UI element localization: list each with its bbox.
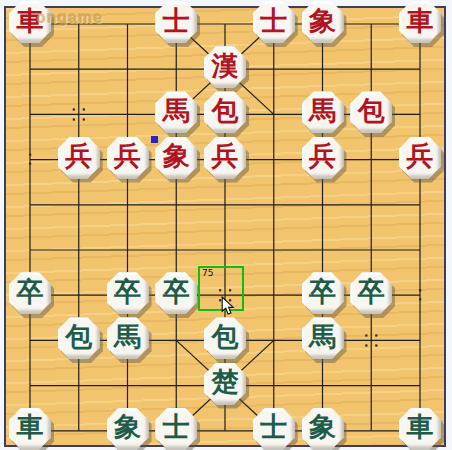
piece-face: 象: [155, 137, 197, 179]
piece-face: 士: [253, 1, 295, 43]
piece-glyph: 馬: [114, 324, 141, 351]
piece-cho-soldier[interactable]: 卒: [350, 272, 392, 314]
piece-face: 兵: [58, 137, 100, 179]
piece-face: 漢: [204, 46, 246, 88]
mouse-cursor-icon: [221, 296, 235, 316]
piece-face: 兵: [107, 137, 149, 179]
piece-face: 士: [253, 408, 295, 450]
piece-glyph: 卒: [358, 279, 385, 306]
app-window: 車士士象車漢馬包馬包兵兵象兵兵兵卒卒卒卒卒包馬包馬楚車象士士象車 ongame …: [0, 0, 452, 450]
piece-han-chariot[interactable]: 車: [399, 1, 441, 43]
piece-glyph: 兵: [309, 143, 336, 170]
piece-face: 士: [155, 408, 197, 450]
piece-glyph: 馬: [163, 98, 190, 125]
piece-glyph: 包: [212, 98, 239, 125]
piece-cho-cannon[interactable]: 包: [58, 317, 100, 359]
piece-cho-soldier[interactable]: 卒: [302, 272, 344, 314]
piece-glyph: 兵: [114, 143, 141, 170]
piece-face: 車: [399, 408, 441, 450]
piece-cho-guard[interactable]: 士: [155, 408, 197, 450]
piece-glyph: 卒: [17, 279, 44, 306]
piece-han-guard[interactable]: 士: [155, 1, 197, 43]
piece-face: 車: [399, 1, 441, 43]
piece-han-elephant[interactable]: 象: [302, 1, 344, 43]
piece-face: 象: [302, 408, 344, 450]
piece-face: 兵: [204, 137, 246, 179]
piece-face: 包: [58, 317, 100, 359]
piece-glyph: 兵: [65, 143, 92, 170]
piece-han-horse[interactable]: 馬: [302, 91, 344, 133]
piece-cho-soldier[interactable]: 卒: [107, 272, 149, 314]
piece-face: 包: [350, 91, 392, 133]
piece-glyph: 車: [17, 414, 44, 441]
piece-face: 包: [204, 317, 246, 359]
piece-han-soldier[interactable]: 兵: [204, 137, 246, 179]
piece-cho-soldier[interactable]: 卒: [155, 272, 197, 314]
piece-face: 卒: [9, 272, 51, 314]
piece-han-horse[interactable]: 馬: [155, 91, 197, 133]
piece-glyph: 卒: [309, 279, 336, 306]
piece-glyph: 馬: [309, 98, 336, 125]
piece-face: 馬: [302, 317, 344, 359]
piece-face: 兵: [399, 137, 441, 179]
piece-face: 卒: [350, 272, 392, 314]
piece-glyph: 象: [114, 414, 141, 441]
last-move-marker: [151, 136, 158, 143]
piece-face: 楚: [204, 363, 246, 405]
piece-cho-elephant[interactable]: 象: [302, 408, 344, 450]
piece-face: 象: [107, 408, 149, 450]
piece-glyph: 士: [163, 414, 190, 441]
piece-glyph: 漢: [212, 53, 239, 80]
piece-glyph: 包: [358, 98, 385, 125]
piece-cho-general[interactable]: 楚: [204, 363, 246, 405]
janggi-board[interactable]: 車士士象車漢馬包馬包兵兵象兵兵兵卒卒卒卒卒包馬包馬楚車象士士象車: [4, 6, 446, 447]
hover-timer-label: 75: [202, 268, 213, 278]
piece-glyph: 車: [407, 414, 434, 441]
piece-han-soldier[interactable]: 兵: [58, 137, 100, 179]
piece-glyph: 象: [309, 414, 336, 441]
piece-glyph: 卒: [163, 279, 190, 306]
piece-han-elephant[interactable]: 象: [155, 137, 197, 179]
piece-glyph: 士: [260, 8, 287, 35]
piece-cho-chariot[interactable]: 車: [9, 408, 51, 450]
piece-cho-cannon[interactable]: 包: [204, 317, 246, 359]
piece-face: 車: [9, 408, 51, 450]
piece-face: 馬: [107, 317, 149, 359]
piece-han-soldier[interactable]: 兵: [302, 137, 344, 179]
piece-face: 兵: [302, 137, 344, 179]
piece-glyph: 馬: [309, 324, 336, 351]
piece-glyph: 兵: [407, 143, 434, 170]
piece-face: 馬: [302, 91, 344, 133]
piece-face: 馬: [155, 91, 197, 133]
piece-glyph: 士: [163, 8, 190, 35]
piece-face: 卒: [155, 272, 197, 314]
piece-han-guard[interactable]: 士: [253, 1, 295, 43]
piece-han-cannon[interactable]: 包: [204, 91, 246, 133]
piece-glyph: 象: [163, 143, 190, 170]
piece-face: 卒: [107, 272, 149, 314]
piece-glyph: 象: [309, 8, 336, 35]
piece-cho-horse[interactable]: 馬: [302, 317, 344, 359]
piece-glyph: 士: [260, 414, 287, 441]
piece-cho-chariot[interactable]: 車: [399, 408, 441, 450]
piece-han-soldier[interactable]: 兵: [399, 137, 441, 179]
piece-cho-guard[interactable]: 士: [253, 408, 295, 450]
piece-glyph: 楚: [212, 369, 239, 396]
piece-han-general[interactable]: 漢: [204, 46, 246, 88]
watermark: ongame: [36, 9, 103, 27]
piece-cho-soldier[interactable]: 卒: [9, 272, 51, 314]
piece-glyph: 車: [407, 8, 434, 35]
piece-face: 卒: [302, 272, 344, 314]
piece-glyph: 兵: [212, 143, 239, 170]
piece-han-soldier[interactable]: 兵: [107, 137, 149, 179]
piece-face: 士: [155, 1, 197, 43]
piece-face: 象: [302, 1, 344, 43]
piece-glyph: 包: [212, 324, 239, 351]
piece-cho-horse[interactable]: 馬: [107, 317, 149, 359]
piece-glyph: 卒: [114, 279, 141, 306]
piece-cho-elephant[interactable]: 象: [107, 408, 149, 450]
piece-face: 包: [204, 91, 246, 133]
piece-han-cannon[interactable]: 包: [350, 91, 392, 133]
piece-glyph: 包: [65, 324, 92, 351]
